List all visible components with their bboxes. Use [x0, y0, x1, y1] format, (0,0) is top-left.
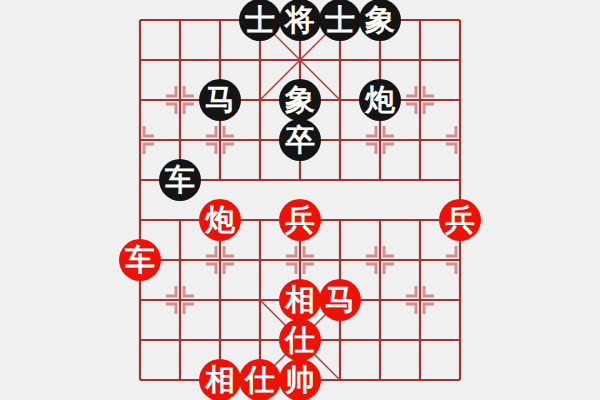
red-soldier[interactable]: 兵: [439, 199, 481, 241]
black-advisor[interactable]: 士: [239, 0, 281, 41]
red-horse[interactable]: 马: [319, 279, 361, 321]
red-advisor[interactable]: 仕: [239, 359, 281, 400]
pieces-layer: 士将士象马象炮卒车炮兵兵车相马仕相仕帅: [0, 0, 600, 400]
red-elephant[interactable]: 相: [199, 359, 241, 400]
black-advisor[interactable]: 士: [319, 0, 361, 41]
red-soldier[interactable]: 兵: [279, 199, 321, 241]
black-elephant[interactable]: 象: [279, 79, 321, 121]
black-general[interactable]: 将: [279, 0, 321, 41]
xiangqi-board[interactable]: 士将士象马象炮卒车炮兵兵车相马仕相仕帅: [0, 0, 600, 400]
black-cannon[interactable]: 炮: [359, 79, 401, 121]
black-chariot[interactable]: 车: [159, 159, 201, 201]
red-general[interactable]: 帅: [279, 359, 321, 400]
red-advisor[interactable]: 仕: [279, 319, 321, 361]
red-chariot[interactable]: 车: [119, 239, 161, 281]
black-elephant[interactable]: 象: [359, 0, 401, 41]
red-cannon[interactable]: 炮: [199, 199, 241, 241]
red-elephant[interactable]: 相: [279, 279, 321, 321]
black-horse[interactable]: 马: [199, 79, 241, 121]
black-soldier[interactable]: 卒: [279, 119, 321, 161]
